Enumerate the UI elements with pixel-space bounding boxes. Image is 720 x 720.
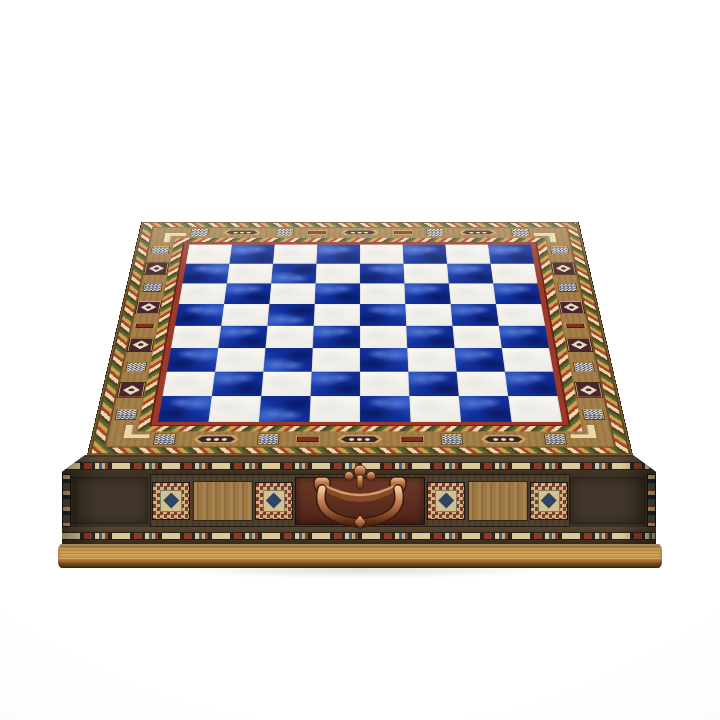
corner-mosaic-strip-left [62, 474, 71, 527]
chess-box-scene [0, 0, 720, 720]
square-e7[interactable] [360, 264, 404, 284]
square-d6[interactable] [315, 283, 360, 304]
square-h3[interactable] [502, 348, 553, 371]
rosette-medallion [427, 229, 444, 236]
base-molding [58, 544, 662, 568]
square-c7[interactable] [271, 264, 316, 284]
rosette-medallion [442, 434, 463, 444]
drawer-mosaic-square [530, 482, 568, 520]
square-h8[interactable] [488, 245, 534, 264]
mosaic-border-bottom [135, 431, 586, 447]
rosette-medallion [154, 434, 175, 444]
square-g5[interactable] [451, 304, 499, 326]
square-h1[interactable] [508, 396, 562, 422]
square-c8[interactable] [273, 245, 317, 264]
square-a1[interactable] [158, 396, 212, 422]
square-a8[interactable] [186, 245, 232, 264]
bar-medallion [401, 437, 423, 442]
square-d8[interactable] [316, 245, 360, 264]
lens-medallion [341, 229, 378, 236]
square-e8[interactable] [360, 245, 404, 264]
rosette-medallion [583, 409, 604, 419]
square-e4[interactable] [360, 326, 407, 348]
square-d7[interactable] [316, 264, 360, 284]
square-d5[interactable] [314, 304, 360, 326]
square-b8[interactable] [229, 245, 274, 264]
square-c3[interactable] [263, 348, 312, 371]
bar-medallion [135, 324, 154, 328]
inlay-line-bottom [62, 533, 656, 539]
drawer-oak-panel [193, 481, 253, 521]
square-b7[interactable] [227, 264, 273, 284]
front-panel-right [570, 477, 645, 524]
square-e2[interactable] [360, 372, 409, 397]
square-c5[interactable] [267, 304, 314, 326]
bar-medallion [308, 231, 326, 235]
square-c4[interactable] [265, 326, 313, 348]
rosette-medallion [191, 229, 208, 236]
square-d1[interactable] [309, 396, 360, 422]
square-a5[interactable] [175, 304, 224, 326]
rosette-medallion [151, 246, 169, 253]
rosette-medallion [143, 284, 162, 292]
square-g8[interactable] [445, 245, 490, 264]
square-f1[interactable] [409, 396, 461, 422]
lens-medallion [337, 434, 383, 444]
corner-mosaic-strip-right [647, 474, 656, 527]
square-d3[interactable] [312, 348, 360, 371]
drawer-oak-panel [468, 481, 528, 521]
rosette-medallion [276, 229, 293, 236]
square-b2[interactable] [212, 372, 264, 397]
lens-medallion [193, 434, 240, 444]
base-molding-ridges [58, 544, 662, 568]
square-a3[interactable] [167, 348, 218, 371]
square-e5[interactable] [360, 304, 406, 326]
square-a7[interactable] [182, 264, 229, 284]
square-h4[interactable] [499, 326, 549, 348]
square-g4[interactable] [453, 326, 502, 348]
chessboard [158, 245, 562, 422]
diamond-medallion [551, 263, 575, 274]
square-g3[interactable] [455, 348, 505, 371]
square-e6[interactable] [360, 283, 405, 304]
rosette-medallion [544, 434, 565, 444]
drawer-mosaic-square [427, 482, 465, 520]
bar-medallion [394, 231, 412, 235]
square-g2[interactable] [457, 372, 509, 397]
bar-medallion [566, 324, 585, 328]
square-g1[interactable] [459, 396, 512, 422]
diamond-medallion [559, 301, 584, 313]
square-b6[interactable] [224, 283, 271, 304]
rosette-medallion [574, 362, 594, 371]
diamond-medallion [566, 338, 592, 351]
square-d4[interactable] [313, 326, 360, 348]
square-h6[interactable] [493, 283, 541, 304]
square-g7[interactable] [447, 264, 493, 284]
square-d2[interactable] [311, 372, 360, 397]
rosette-medallion [558, 284, 577, 292]
drawer-mosaic-square [255, 482, 293, 520]
diamond-medallion [575, 383, 603, 397]
square-c1[interactable] [259, 396, 311, 422]
square-g6[interactable] [449, 283, 496, 304]
square-a4[interactable] [171, 326, 221, 348]
square-f2[interactable] [408, 372, 458, 397]
lens-medallion [480, 434, 527, 444]
diamond-medallion [136, 301, 161, 313]
square-f3[interactable] [407, 348, 456, 371]
diamond-medallion [118, 383, 146, 397]
rosette-medallion [257, 434, 278, 444]
square-f7[interactable] [404, 264, 449, 284]
lens-medallion [223, 229, 261, 236]
square-b5[interactable] [221, 304, 269, 326]
square-b1[interactable] [208, 396, 261, 422]
front-panel-left [73, 477, 148, 524]
box-front [62, 455, 656, 545]
square-h7[interactable] [491, 264, 538, 284]
mosaic-border-top [175, 227, 545, 238]
rosette-medallion [126, 362, 146, 371]
square-a6[interactable] [179, 283, 227, 304]
square-b3[interactable] [215, 348, 265, 371]
diamond-medallion [144, 263, 168, 274]
bar-medallion [296, 437, 318, 442]
rosette-medallion [512, 229, 529, 236]
square-f8[interactable] [403, 245, 447, 264]
square-b4[interactable] [218, 326, 267, 348]
square-e3[interactable] [360, 348, 408, 371]
drawer-handle-icon[interactable] [298, 459, 422, 531]
square-c6[interactable] [269, 283, 315, 304]
rosette-medallion [551, 246, 569, 253]
board-top [88, 222, 632, 455]
lens-medallion [459, 229, 497, 236]
square-c2[interactable] [261, 372, 311, 397]
square-h5[interactable] [496, 304, 545, 326]
square-h2[interactable] [505, 372, 558, 397]
square-f5[interactable] [405, 304, 452, 326]
square-e1[interactable] [360, 396, 411, 422]
drawer-mosaic-square [152, 482, 190, 520]
rosette-medallion [116, 409, 137, 419]
square-f4[interactable] [406, 326, 454, 348]
diamond-medallion [128, 338, 154, 351]
square-a2[interactable] [162, 372, 215, 397]
square-f6[interactable] [404, 283, 450, 304]
